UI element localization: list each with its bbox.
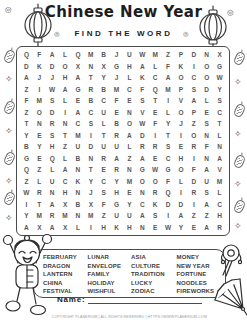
- grid-cell[interactable]: N: [59, 118, 72, 130]
- grid-cell[interactable]: Y: [162, 118, 175, 130]
- grid-cell[interactable]: X: [59, 199, 72, 211]
- grid-cell[interactable]: Q: [20, 49, 33, 61]
- grid-cell[interactable]: G: [20, 153, 33, 165]
- grid-cell[interactable]: I: [33, 84, 46, 96]
- grid-cell[interactable]: H: [59, 187, 72, 199]
- grid-cell[interactable]: S: [97, 187, 110, 199]
- grid-cell[interactable]: H: [110, 187, 123, 199]
- grid-cell[interactable]: A: [200, 199, 213, 211]
- grid-cell[interactable]: S: [149, 210, 162, 222]
- grid-cell[interactable]: S: [46, 95, 59, 107]
- grid-cell[interactable]: L: [162, 107, 175, 119]
- grid-cell[interactable]: F: [97, 199, 110, 211]
- grid-cell[interactable]: K: [72, 176, 85, 188]
- grid-cell[interactable]: H: [123, 61, 136, 73]
- grid-cell[interactable]: M: [110, 84, 123, 96]
- grid-cell[interactable]: D: [46, 61, 59, 73]
- grid-cell[interactable]: W: [136, 118, 149, 130]
- grid-cell[interactable]: D: [175, 199, 188, 211]
- grid-cell[interactable]: W: [46, 84, 59, 96]
- copyright-text: COPYRIGHT PLANERIUM | ALL RIGHTS RESERVE…: [52, 315, 207, 319]
- grid-cell[interactable]: C: [59, 176, 72, 188]
- grid-cell[interactable]: Z: [20, 176, 33, 188]
- grid-cell[interactable]: M: [213, 176, 226, 188]
- grid-cell[interactable]: Y: [20, 130, 33, 142]
- grid-cell[interactable]: Z: [200, 210, 213, 222]
- grid-cell[interactable]: B: [72, 153, 85, 165]
- grid-cell[interactable]: F: [200, 141, 213, 153]
- grid-cell[interactable]: E: [33, 130, 46, 142]
- grid-cell[interactable]: L: [149, 61, 162, 73]
- sparkle-icon: ✧: [234, 130, 242, 139]
- grid-cell[interactable]: O: [123, 118, 136, 130]
- word-list-item: HOLIDAY: [88, 279, 132, 288]
- grid-cell[interactable]: Z: [97, 210, 110, 222]
- grid-cell[interactable]: W: [20, 187, 33, 199]
- grid-cell[interactable]: C: [162, 153, 175, 165]
- grid-cell[interactable]: N: [84, 61, 97, 73]
- grid-cell[interactable]: R: [110, 130, 123, 142]
- grid-cell[interactable]: L: [33, 176, 46, 188]
- grid-cell[interactable]: R: [136, 141, 149, 153]
- grid-cell[interactable]: M: [33, 210, 46, 222]
- grid-cell[interactable]: R: [110, 164, 123, 176]
- word-list-item: ASIA: [131, 253, 177, 262]
- grid-cell[interactable]: B: [97, 84, 110, 96]
- grid-cell[interactable]: A: [200, 222, 213, 234]
- grid-cell[interactable]: T: [162, 130, 175, 142]
- grid-cell[interactable]: N: [33, 118, 46, 130]
- grid-cell[interactable]: B: [20, 141, 33, 153]
- grid-cell[interactable]: O: [200, 61, 213, 73]
- grid-cell[interactable]: T: [84, 72, 97, 84]
- firecracker-icon: [233, 51, 247, 67]
- grid-cell[interactable]: F: [187, 164, 200, 176]
- grid-cell[interactable]: U: [123, 210, 136, 222]
- grid-cell[interactable]: M: [59, 210, 72, 222]
- grid-cell[interactable]: B: [97, 49, 110, 61]
- grid-cell[interactable]: S: [200, 118, 213, 130]
- grid-cell[interactable]: S: [187, 84, 200, 96]
- grid-cell[interactable]: W: [213, 72, 226, 84]
- word-list-column: LUNARENVELOPEFAMILYHOLIDAYWISHFUL: [88, 253, 132, 297]
- grid-cell[interactable]: V: [136, 107, 149, 119]
- grid-cell[interactable]: S: [136, 95, 149, 107]
- grid-cell[interactable]: R: [149, 141, 162, 153]
- grid-cell[interactable]: R: [187, 141, 200, 153]
- grid-cell[interactable]: C: [97, 95, 110, 107]
- grid-cell[interactable]: Y: [20, 210, 33, 222]
- firecracker-icon: [3, 191, 17, 207]
- grid-cell[interactable]: X: [213, 49, 226, 61]
- grid-cell[interactable]: N: [46, 187, 59, 199]
- grid-cell[interactable]: I: [84, 222, 97, 234]
- grid-cell[interactable]: R: [46, 210, 59, 222]
- page-subtitle: FIND THE WORD: [0, 29, 247, 38]
- grid-cell[interactable]: E: [110, 107, 123, 119]
- grid-cell[interactable]: D: [187, 49, 200, 61]
- grid-cell[interactable]: G: [162, 164, 175, 176]
- grid-cell[interactable]: N: [213, 141, 226, 153]
- grid-cell[interactable]: U: [97, 107, 110, 119]
- grid-cell[interactable]: K: [149, 199, 162, 211]
- grid-cell[interactable]: O: [200, 72, 213, 84]
- grid-cell[interactable]: Q: [20, 164, 33, 176]
- grid-cell[interactable]: F: [136, 84, 149, 96]
- grid-cell[interactable]: M: [149, 49, 162, 61]
- grid-cell[interactable]: L: [59, 49, 72, 61]
- grid-cell[interactable]: V: [175, 95, 188, 107]
- grid-cell[interactable]: A: [72, 72, 85, 84]
- grid-cell[interactable]: E: [123, 187, 136, 199]
- sparkle-icon: ✧: [234, 222, 242, 231]
- grid-cell[interactable]: D: [200, 84, 213, 96]
- grid-cell[interactable]: J: [175, 118, 188, 130]
- grid-cell[interactable]: Z: [20, 107, 33, 119]
- grid-cell[interactable]: A: [162, 72, 175, 84]
- grid-cell[interactable]: A: [46, 49, 59, 61]
- grid-cell[interactable]: C: [136, 199, 149, 211]
- grid-cell[interactable]: Y: [33, 141, 46, 153]
- grid-cell[interactable]: Y: [213, 84, 226, 96]
- word-list-item: ENVELOPE: [88, 262, 132, 271]
- word-list-column: ASIACULTURETRADITIONLUCKYZODIAC: [131, 253, 177, 297]
- grid-cell[interactable]: N: [200, 130, 213, 142]
- grid-cell[interactable]: T: [20, 118, 33, 130]
- grid-cell[interactable]: Q: [46, 153, 59, 165]
- grid-cell[interactable]: T: [33, 199, 46, 211]
- grid-cell[interactable]: B: [84, 95, 97, 107]
- grid-cell[interactable]: B: [110, 118, 123, 130]
- grid-cell[interactable]: N: [84, 153, 97, 165]
- grid-cell[interactable]: N: [136, 187, 149, 199]
- grid-cell[interactable]: G: [72, 84, 85, 96]
- firecracker-icon: [233, 199, 247, 215]
- sparkle-icon: ✧: [234, 78, 242, 87]
- grid-cell[interactable]: B: [72, 199, 85, 211]
- grid-cell[interactable]: U: [200, 176, 213, 188]
- grid-cell[interactable]: E: [123, 95, 136, 107]
- firecracker-icon: [233, 103, 247, 119]
- grid-cell[interactable]: O: [175, 107, 188, 119]
- grid-cell[interactable]: L: [46, 164, 59, 176]
- grid-cell[interactable]: K: [175, 61, 188, 73]
- grid-cell[interactable]: M: [33, 95, 46, 107]
- grid-cell[interactable]: E: [97, 164, 110, 176]
- grid-cell[interactable]: T: [59, 130, 72, 142]
- sparkle-icon: ✧: [5, 177, 13, 186]
- grid-cell[interactable]: O: [136, 176, 149, 188]
- grid-cell[interactable]: Y: [97, 72, 110, 84]
- grid-cell[interactable]: N: [72, 187, 85, 199]
- grid-cell[interactable]: O: [59, 61, 72, 73]
- grid-cell[interactable]: O: [149, 176, 162, 188]
- grid-cell[interactable]: D: [162, 199, 175, 211]
- grid-cell[interactable]: F: [149, 118, 162, 130]
- grid-cell[interactable]: M: [84, 49, 97, 61]
- grid-cell[interactable]: I: [187, 199, 200, 211]
- grid-cell[interactable]: Z: [187, 118, 200, 130]
- grid-cell[interactable]: S: [213, 95, 226, 107]
- grid-cell[interactable]: X: [84, 199, 97, 211]
- grid-cell[interactable]: F: [20, 95, 33, 107]
- name-input-line[interactable]: [88, 294, 202, 304]
- grid-cell[interactable]: C: [72, 118, 85, 130]
- grid-cell[interactable]: N: [72, 164, 85, 176]
- word-list-item: FAMILY: [88, 270, 132, 279]
- grid-cell[interactable]: H: [46, 141, 59, 153]
- grid-cell[interactable]: E: [200, 107, 213, 119]
- sparkle-icon: ✧: [5, 127, 13, 136]
- grid-cell[interactable]: I: [149, 130, 162, 142]
- grid-cell[interactable]: J: [33, 72, 46, 84]
- grid-cell[interactable]: L: [175, 176, 188, 188]
- grid-cell[interactable]: L: [97, 118, 110, 130]
- firecracker-icon: [3, 151, 17, 167]
- grid-cell[interactable]: A: [136, 153, 149, 165]
- grid-cell[interactable]: Y: [84, 176, 97, 188]
- grid-cell[interactable]: C: [123, 84, 136, 96]
- grid-cell[interactable]: L: [213, 187, 226, 199]
- grid-cell[interactable]: H: [213, 210, 226, 222]
- grid-cell[interactable]: H: [123, 222, 136, 234]
- grid-cell[interactable]: S: [46, 130, 59, 142]
- grid-cell[interactable]: D: [187, 176, 200, 188]
- grid-cell[interactable]: X: [72, 61, 85, 73]
- grid-cell[interactable]: T: [97, 130, 110, 142]
- grid-cell[interactable]: N: [123, 164, 136, 176]
- grid-cell[interactable]: R: [84, 84, 97, 96]
- grid-cell[interactable]: F: [162, 61, 175, 73]
- grid-cell[interactable]: A: [123, 130, 136, 142]
- grid-cell[interactable]: C: [97, 176, 110, 188]
- grid-cell[interactable]: O: [187, 130, 200, 142]
- grid-cell[interactable]: I: [162, 210, 175, 222]
- grid-cell[interactable]: L: [213, 130, 226, 142]
- word-list-item: CULTURE: [131, 262, 177, 271]
- grid-cell[interactable]: U: [110, 210, 123, 222]
- grid-cell[interactable]: A: [136, 210, 149, 222]
- grid-cell[interactable]: I: [175, 187, 188, 199]
- grid-cell[interactable]: N: [200, 49, 213, 61]
- grid-cell[interactable]: R: [97, 153, 110, 165]
- grid-cell[interactable]: Y: [123, 199, 136, 211]
- grid-cell[interactable]: S: [162, 141, 175, 153]
- grid-cell[interactable]: C: [84, 107, 97, 119]
- grid-cell[interactable]: O: [175, 72, 188, 84]
- grid-cell[interactable]: U: [110, 141, 123, 153]
- grid-cell[interactable]: Y: [175, 222, 188, 234]
- grid-cell[interactable]: O: [175, 164, 188, 176]
- grid-cell[interactable]: S: [200, 187, 213, 199]
- word-list-item: TRADITION: [131, 270, 177, 279]
- grid-cell[interactable]: I: [187, 61, 200, 73]
- grid-cell[interactable]: N: [123, 107, 136, 119]
- grid-cell[interactable]: E: [187, 222, 200, 234]
- grid-cell[interactable]: Y: [110, 176, 123, 188]
- word-list-item: LUCKY: [131, 279, 177, 288]
- name-label: Name:: [57, 295, 85, 304]
- grid-cell[interactable]: W: [149, 164, 162, 176]
- grid-cell[interactable]: T: [149, 95, 162, 107]
- grid-cell[interactable]: V: [213, 164, 226, 176]
- grid-cell[interactable]: E: [33, 153, 46, 165]
- grid-cell[interactable]: Z: [59, 141, 72, 153]
- grid-cell[interactable]: W: [162, 222, 175, 234]
- grid-cell[interactable]: A: [59, 84, 72, 96]
- firecracker-icon: [3, 49, 17, 65]
- grid-cell[interactable]: D: [46, 107, 59, 119]
- grid-cell[interactable]: J: [110, 72, 123, 84]
- sparkle-icon: ✧: [5, 75, 13, 84]
- grid-cell[interactable]: G: [110, 199, 123, 211]
- grid-cell[interactable]: J: [110, 49, 123, 61]
- grid-cell[interactable]: A: [175, 210, 188, 222]
- grid-cell[interactable]: L: [59, 95, 72, 107]
- grid-cell[interactable]: L: [72, 222, 85, 234]
- grid-cell[interactable]: Z: [20, 84, 33, 96]
- grid-cell[interactable]: H: [175, 153, 188, 165]
- grid-cell[interactable]: R: [46, 118, 59, 130]
- word-list-item: LUNAR: [88, 253, 132, 262]
- grid-cell[interactable]: W: [136, 49, 149, 61]
- grid-cell[interactable]: I: [187, 153, 200, 165]
- grid-cell[interactable]: M: [84, 210, 97, 222]
- grid-cell[interactable]: U: [97, 141, 110, 153]
- grid-cell[interactable]: A: [72, 107, 85, 119]
- grid-cell[interactable]: J: [84, 187, 97, 199]
- grid-cell[interactable]: G: [213, 61, 226, 73]
- grid-cell[interactable]: A: [213, 153, 226, 165]
- grid-cell[interactable]: R: [33, 187, 46, 199]
- grid-cell[interactable]: E: [175, 141, 188, 153]
- grid-cell[interactable]: H: [59, 72, 72, 84]
- grid-cell[interactable]: T: [84, 164, 97, 176]
- grid-cell[interactable]: K: [136, 72, 149, 84]
- grid-cell[interactable]: Z: [187, 210, 200, 222]
- grid-cell[interactable]: M: [162, 84, 175, 96]
- grid-cell[interactable]: A: [20, 72, 33, 84]
- grid-cell[interactable]: O: [33, 107, 46, 119]
- grid-cell[interactable]: D: [84, 141, 97, 153]
- firecracker-icon: [233, 154, 247, 170]
- grid-cell[interactable]: N: [72, 210, 85, 222]
- word-list-box: FEBRUARYDRAGONLANTERNCHINAFESTIVAL LUNAR…: [33, 249, 226, 298]
- grid-cell[interactable]: X: [59, 222, 72, 234]
- grid-cell[interactable]: C: [213, 107, 226, 119]
- grid-cell[interactable]: I: [175, 130, 188, 142]
- grid-cell[interactable]: J: [46, 72, 59, 84]
- grid-cell[interactable]: Q: [162, 187, 175, 199]
- grid-cell[interactable]: P: [175, 84, 188, 96]
- grid-cell[interactable]: I: [59, 107, 72, 119]
- grid-cell[interactable]: A: [187, 95, 200, 107]
- grid-cell[interactable]: I: [162, 95, 175, 107]
- grid-cell[interactable]: L: [200, 95, 213, 107]
- grid-cell[interactable]: F: [110, 95, 123, 107]
- grid-cell[interactable]: I: [20, 199, 33, 211]
- grid-cell[interactable]: L: [123, 72, 136, 84]
- grid-cell[interactable]: R: [187, 187, 200, 199]
- grid-cell[interactable]: A: [136, 61, 149, 73]
- worksheet-page: ◎ ◎ ◎ ◎ Chinese New Year FIND THE WORD ✧…: [0, 0, 247, 320]
- word-search-board: QFALQMBJUWMZPDNXDKDOXNXGHALFKIOGAJJHATYJ…: [16, 46, 230, 236]
- sparkle-icon: ✧: [234, 180, 242, 189]
- grid-cell[interactable]: T: [213, 118, 226, 130]
- page-title: Chinese New Year: [0, 3, 247, 21]
- grid-cell[interactable]: A: [200, 164, 213, 176]
- grid-cell[interactable]: N: [136, 222, 149, 234]
- pellet-drum-icon: [218, 243, 244, 279]
- grid-cell[interactable]: R: [213, 222, 226, 234]
- grid-cell[interactable]: F: [162, 176, 175, 188]
- grid-cell[interactable]: L: [123, 141, 136, 153]
- grid-cell[interactable]: G: [110, 61, 123, 73]
- grid-cell[interactable]: A: [110, 153, 123, 165]
- grid-cell[interactable]: M: [72, 130, 85, 142]
- grid-cell[interactable]: Z: [123, 153, 136, 165]
- grid-cell[interactable]: C: [149, 72, 162, 84]
- grid-cell[interactable]: S: [84, 118, 97, 130]
- grid-cell[interactable]: K: [110, 222, 123, 234]
- firecracker-icon: [3, 100, 17, 116]
- grid-cell[interactable]: H: [97, 222, 110, 234]
- sparkle-icon: ✧: [5, 214, 13, 223]
- grid-cell[interactable]: Q: [72, 49, 85, 61]
- grid-cell[interactable]: G: [136, 164, 149, 176]
- grid-cell[interactable]: I: [84, 130, 97, 142]
- grid-cell[interactable]: Q: [149, 84, 162, 96]
- grid-cell[interactable]: L: [59, 153, 72, 165]
- word-search-grid: QFALQMBJUWMZPDNXDKDOXNXGHALFKIOGAJJHATYJ…: [20, 49, 226, 233]
- grid-cell[interactable]: N: [200, 153, 213, 165]
- grid-cell[interactable]: U: [123, 49, 136, 61]
- grid-cell[interactable]: C: [187, 72, 200, 84]
- grid-cell[interactable]: Z: [33, 164, 46, 176]
- grid-cell[interactable]: A: [46, 199, 59, 211]
- boy-celebrating: [0, 226, 56, 318]
- grid-cell[interactable]: U: [46, 176, 59, 188]
- grid-cell[interactable]: K: [33, 61, 46, 73]
- grid-cell[interactable]: U: [72, 141, 85, 153]
- grid-cell[interactable]: A: [59, 164, 72, 176]
- grid-cell[interactable]: D: [20, 61, 33, 73]
- grid-cell[interactable]: D: [136, 130, 149, 142]
- grid-cell[interactable]: P: [187, 107, 200, 119]
- grid-cell[interactable]: E: [149, 153, 162, 165]
- name-row: Name:: [57, 294, 202, 304]
- grid-cell[interactable]: R: [149, 187, 162, 199]
- grid-cell[interactable]: F: [33, 49, 46, 61]
- grid-cell[interactable]: E: [149, 222, 162, 234]
- grid-cell[interactable]: X: [97, 61, 110, 73]
- grid-cell[interactable]: Z: [162, 49, 175, 61]
- grid-cell[interactable]: C: [213, 199, 226, 211]
- grid-cell[interactable]: M: [123, 176, 136, 188]
- grid-cell[interactable]: P: [175, 49, 188, 61]
- grid-cell[interactable]: E: [72, 95, 85, 107]
- grid-cell[interactable]: E: [149, 107, 162, 119]
